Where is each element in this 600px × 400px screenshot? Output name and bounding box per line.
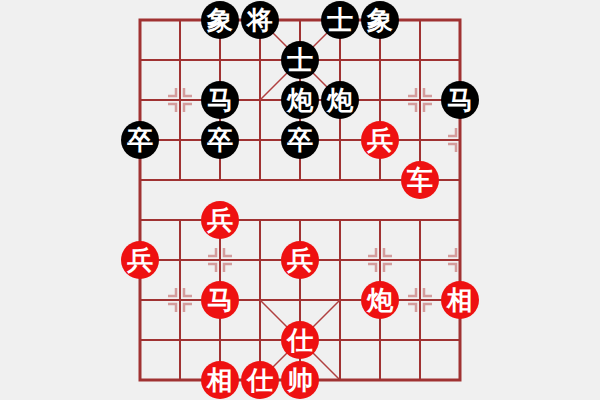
red-elephant[interactable]: 相: [201, 361, 239, 399]
xiangqi-board: 象将士象士马炮炮马卒卒卒兵车兵兵兵马炮相仕相仕帅: [0, 0, 600, 400]
black-cannon[interactable]: 炮: [321, 81, 359, 119]
black-elephant[interactable]: 象: [361, 1, 399, 39]
red-elephant[interactable]: 相: [441, 281, 479, 319]
black-advisor[interactable]: 士: [321, 1, 359, 39]
pieces-layer: 象将士象士马炮炮马卒卒卒兵车兵兵兵马炮相仕相仕帅: [120, 0, 480, 400]
red-advisor[interactable]: 仕: [281, 321, 319, 359]
black-horse[interactable]: 马: [441, 81, 479, 119]
red-cannon[interactable]: 炮: [361, 281, 399, 319]
black-soldier[interactable]: 卒: [281, 121, 319, 159]
black-horse[interactable]: 马: [201, 81, 239, 119]
red-soldier[interactable]: 兵: [281, 241, 319, 279]
black-elephant[interactable]: 象: [201, 1, 239, 39]
red-horse[interactable]: 马: [201, 281, 239, 319]
red-general[interactable]: 帅: [281, 361, 319, 399]
red-advisor[interactable]: 仕: [241, 361, 279, 399]
black-general[interactable]: 将: [241, 1, 279, 39]
red-chariot[interactable]: 车: [401, 161, 439, 199]
black-soldier[interactable]: 卒: [121, 121, 159, 159]
red-soldier[interactable]: 兵: [361, 121, 399, 159]
red-soldier[interactable]: 兵: [201, 201, 239, 239]
black-cannon[interactable]: 炮: [281, 81, 319, 119]
red-soldier[interactable]: 兵: [121, 241, 159, 279]
black-advisor[interactable]: 士: [281, 41, 319, 79]
black-soldier[interactable]: 卒: [201, 121, 239, 159]
